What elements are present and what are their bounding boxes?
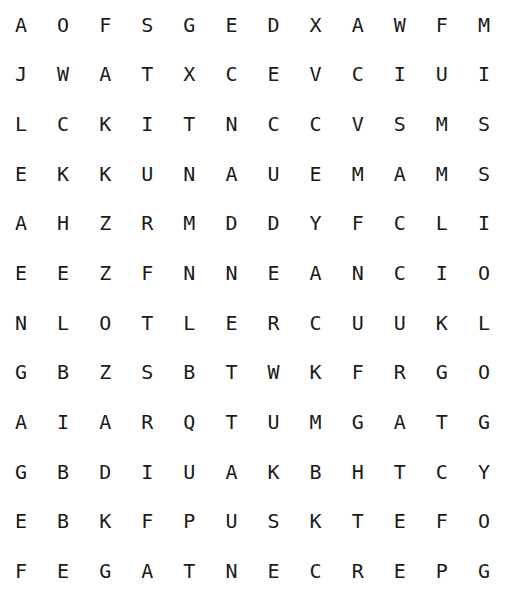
letter-cell-r4c7[interactable]: U	[252, 149, 294, 199]
letter-cell-r1c11[interactable]: F	[421, 0, 463, 50]
letter-cell-r9c3[interactable]: A	[84, 397, 126, 447]
letter-cell-r8c8[interactable]: K	[295, 348, 337, 398]
letter-cell-r2c12[interactable]: I	[463, 50, 505, 100]
letter-cell-r12c7[interactable]: E	[252, 546, 294, 596]
letter-cell-r11c10[interactable]: E	[379, 497, 421, 547]
letter-cell-r1c5[interactable]: G	[168, 0, 210, 50]
letter-cell-r5c4[interactable]: R	[126, 199, 168, 249]
letter-cell-r9c10[interactable]: A	[379, 397, 421, 447]
letter-cell-r1c7[interactable]: D	[252, 0, 294, 50]
letter-cell-r8c9[interactable]: F	[337, 348, 379, 398]
letter-cell-r7c3[interactable]: O	[84, 298, 126, 348]
letter-cell-r6c5[interactable]: N	[168, 248, 210, 298]
letter-cell-r1c10[interactable]: W	[379, 0, 421, 50]
letter-cell-r7c1[interactable]: N	[0, 298, 42, 348]
letter-cell-r8c10[interactable]: R	[379, 348, 421, 398]
letter-cell-r3c8[interactable]: C	[295, 99, 337, 149]
letter-cell-r7c8[interactable]: C	[295, 298, 337, 348]
letter-cell-r5c6[interactable]: D	[210, 199, 252, 249]
letter-cell-r6c3[interactable]: Z	[84, 248, 126, 298]
letter-cell-r3c7[interactable]: C	[252, 99, 294, 149]
letter-cell-r4c12[interactable]: S	[463, 149, 505, 199]
letter-cell-r8c6[interactable]: T	[210, 348, 252, 398]
letter-cell-r12c4[interactable]: A	[126, 546, 168, 596]
letter-cell-r8c2[interactable]: B	[42, 348, 84, 398]
letter-cell-r3c6[interactable]: N	[210, 99, 252, 149]
letter-cell-r9c1[interactable]: A	[0, 397, 42, 447]
letter-cell-r1c8[interactable]: X	[295, 0, 337, 50]
letter-cell-r4c6[interactable]: A	[210, 149, 252, 199]
letter-cell-r5c3[interactable]: Z	[84, 199, 126, 249]
letter-cell-r7c7[interactable]: R	[252, 298, 294, 348]
letter-cell-r10c11[interactable]: C	[421, 447, 463, 497]
letter-cell-r10c2[interactable]: B	[42, 447, 84, 497]
letter-cell-r2c1[interactable]: J	[0, 50, 42, 100]
letter-cell-r12c11[interactable]: P	[421, 546, 463, 596]
letter-cell-r12c1[interactable]: F	[0, 546, 42, 596]
letter-cell-r10c6[interactable]: A	[210, 447, 252, 497]
letter-cell-r7c2[interactable]: L	[42, 298, 84, 348]
letter-cell-r7c9[interactable]: U	[337, 298, 379, 348]
letter-cell-r4c4[interactable]: U	[126, 149, 168, 199]
letter-cell-r4c11[interactable]: M	[421, 149, 463, 199]
letter-cell-r5c7[interactable]: D	[252, 199, 294, 249]
letter-cell-r3c3[interactable]: K	[84, 99, 126, 149]
letter-cell-r4c1[interactable]: E	[0, 149, 42, 199]
letter-cell-r11c6[interactable]: U	[210, 497, 252, 547]
letter-cell-r3c1[interactable]: L	[0, 99, 42, 149]
letter-cell-r7c5[interactable]: L	[168, 298, 210, 348]
letter-cell-r11c1[interactable]: E	[0, 497, 42, 547]
letter-cell-r6c6[interactable]: N	[210, 248, 252, 298]
letter-cell-r2c3[interactable]: A	[84, 50, 126, 100]
letter-cell-r6c2[interactable]: E	[42, 248, 84, 298]
letter-cell-r5c8[interactable]: Y	[295, 199, 337, 249]
letter-cell-r12c2[interactable]: E	[42, 546, 84, 596]
letter-cell-r1c9[interactable]: A	[337, 0, 379, 50]
letter-cell-r11c4[interactable]: F	[126, 497, 168, 547]
letter-cell-r5c1[interactable]: A	[0, 199, 42, 249]
letter-cell-r9c12[interactable]: G	[463, 397, 505, 447]
letter-cell-r12c5[interactable]: T	[168, 546, 210, 596]
letter-cell-r10c7[interactable]: K	[252, 447, 294, 497]
letter-cell-r5c11[interactable]: L	[421, 199, 463, 249]
letter-cell-r4c10[interactable]: A	[379, 149, 421, 199]
letter-cell-r9c9[interactable]: G	[337, 397, 379, 447]
letter-cell-r10c10[interactable]: T	[379, 447, 421, 497]
letter-cell-r1c12[interactable]: M	[463, 0, 505, 50]
letter-cell-r2c8[interactable]: V	[295, 50, 337, 100]
letter-cell-r6c9[interactable]: N	[337, 248, 379, 298]
letter-cell-r9c6[interactable]: T	[210, 397, 252, 447]
letter-cell-r2c10[interactable]: I	[379, 50, 421, 100]
letter-cell-r1c4[interactable]: S	[126, 0, 168, 50]
letter-cell-r11c8[interactable]: K	[295, 497, 337, 547]
letter-cell-r6c11[interactable]: I	[421, 248, 463, 298]
letter-cell-r12c6[interactable]: N	[210, 546, 252, 596]
letter-cell-r11c9[interactable]: T	[337, 497, 379, 547]
letter-cell-r8c5[interactable]: B	[168, 348, 210, 398]
letter-cell-r7c4[interactable]: T	[126, 298, 168, 348]
letter-cell-r8c1[interactable]: G	[0, 348, 42, 398]
letter-cell-r3c4[interactable]: I	[126, 99, 168, 149]
letter-cell-r8c12[interactable]: O	[463, 348, 505, 398]
letter-cell-r3c12[interactable]: S	[463, 99, 505, 149]
letter-cell-r12c9[interactable]: R	[337, 546, 379, 596]
letter-cell-r8c4[interactable]: S	[126, 348, 168, 398]
letter-cell-r12c8[interactable]: C	[295, 546, 337, 596]
letter-cell-r7c10[interactable]: U	[379, 298, 421, 348]
letter-cell-r4c8[interactable]: E	[295, 149, 337, 199]
letter-cell-r1c1[interactable]: A	[0, 0, 42, 50]
letter-cell-r9c7[interactable]: U	[252, 397, 294, 447]
letter-cell-r4c9[interactable]: M	[337, 149, 379, 199]
letter-cell-r6c12[interactable]: O	[463, 248, 505, 298]
letter-cell-r10c12[interactable]: Y	[463, 447, 505, 497]
letter-cell-r12c12[interactable]: G	[463, 546, 505, 596]
letter-cell-r11c2[interactable]: B	[42, 497, 84, 547]
letter-cell-r9c4[interactable]: R	[126, 397, 168, 447]
letter-cell-r6c7[interactable]: E	[252, 248, 294, 298]
letter-cell-r4c2[interactable]: K	[42, 149, 84, 199]
letter-cell-r2c5[interactable]: X	[168, 50, 210, 100]
letter-cell-r2c4[interactable]: T	[126, 50, 168, 100]
letter-cell-r10c5[interactable]: U	[168, 447, 210, 497]
letter-cell-r11c11[interactable]: F	[421, 497, 463, 547]
letter-cell-r3c11[interactable]: M	[421, 99, 463, 149]
letter-cell-r6c4[interactable]: F	[126, 248, 168, 298]
letter-cell-r3c2[interactable]: C	[42, 99, 84, 149]
letter-cell-r10c9[interactable]: H	[337, 447, 379, 497]
letter-cell-r3c9[interactable]: V	[337, 99, 379, 149]
letter-cell-r1c2[interactable]: O	[42, 0, 84, 50]
letter-cell-r10c4[interactable]: I	[126, 447, 168, 497]
letter-cell-r2c2[interactable]: W	[42, 50, 84, 100]
letter-cell-r9c8[interactable]: M	[295, 397, 337, 447]
letter-cell-r8c3[interactable]: Z	[84, 348, 126, 398]
letter-cell-r4c3[interactable]: K	[84, 149, 126, 199]
letter-cell-r10c8[interactable]: B	[295, 447, 337, 497]
letter-cell-r8c7[interactable]: W	[252, 348, 294, 398]
letter-cell-r5c9[interactable]: F	[337, 199, 379, 249]
letter-cell-r9c5[interactable]: Q	[168, 397, 210, 447]
letter-cell-r2c11[interactable]: U	[421, 50, 463, 100]
letter-cell-r7c11[interactable]: K	[421, 298, 463, 348]
letter-cell-r5c2[interactable]: H	[42, 199, 84, 249]
letter-cell-r1c3[interactable]: F	[84, 0, 126, 50]
letter-cell-r1c6[interactable]: E	[210, 0, 252, 50]
letter-cell-r6c1[interactable]: E	[0, 248, 42, 298]
letter-cell-r11c5[interactable]: P	[168, 497, 210, 547]
letter-cell-r5c10[interactable]: C	[379, 199, 421, 249]
letter-cell-r10c1[interactable]: G	[0, 447, 42, 497]
letter-cell-r5c12[interactable]: I	[463, 199, 505, 249]
letter-cell-r6c8[interactable]: A	[295, 248, 337, 298]
letter-cell-r2c6[interactable]: C	[210, 50, 252, 100]
letter-cell-r9c2[interactable]: I	[42, 397, 84, 447]
letter-cell-r7c6[interactable]: E	[210, 298, 252, 348]
letter-cell-r9c11[interactable]: T	[421, 397, 463, 447]
letter-cell-r4c5[interactable]: N	[168, 149, 210, 199]
letter-cell-r2c7[interactable]: E	[252, 50, 294, 100]
letter-cell-r8c11[interactable]: G	[421, 348, 463, 398]
letter-cell-r5c5[interactable]: M	[168, 199, 210, 249]
letter-cell-r3c10[interactable]: S	[379, 99, 421, 149]
letter-cell-r12c10[interactable]: E	[379, 546, 421, 596]
letter-cell-r12c3[interactable]: G	[84, 546, 126, 596]
letter-cell-r2c9[interactable]: C	[337, 50, 379, 100]
word-search-board: AOFSGEDXAWFMJWATXCEVCIUILCKITNCCVSMSEKKU…	[0, 0, 505, 596]
letter-cell-r10c3[interactable]: D	[84, 447, 126, 497]
letter-cell-r3c5[interactable]: T	[168, 99, 210, 149]
letter-cell-r11c7[interactable]: S	[252, 497, 294, 547]
letter-cell-r11c3[interactable]: K	[84, 497, 126, 547]
letter-cell-r7c12[interactable]: L	[463, 298, 505, 348]
letter-cell-r11c12[interactable]: O	[463, 497, 505, 547]
letter-cell-r6c10[interactable]: C	[379, 248, 421, 298]
